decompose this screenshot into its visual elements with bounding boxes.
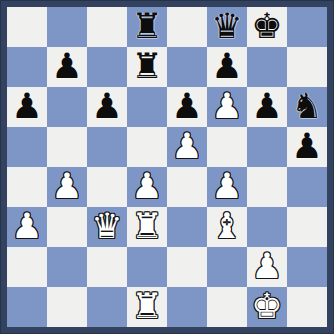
square-e3[interactable]: [167, 207, 207, 247]
white-pawn-a3[interactable]: ♟: [11, 207, 42, 246]
square-a5[interactable]: [7, 127, 47, 167]
square-e5[interactable]: ♟: [167, 127, 207, 167]
square-a2[interactable]: [7, 247, 47, 287]
square-f4[interactable]: ♟: [207, 167, 247, 207]
square-b8[interactable]: [47, 7, 87, 47]
square-h8[interactable]: [287, 7, 327, 47]
square-d1[interactable]: ♜: [127, 287, 167, 327]
square-c7[interactable]: [87, 47, 127, 87]
black-pawn-g6[interactable]: ♟: [251, 87, 282, 126]
black-knight-h6[interactable]: ♞: [291, 87, 322, 126]
white-king-g1[interactable]: ♚: [251, 287, 282, 326]
square-e7[interactable]: [167, 47, 207, 87]
square-e1[interactable]: [167, 287, 207, 327]
black-rook-d8[interactable]: ♜: [131, 7, 162, 46]
square-g7[interactable]: [247, 47, 287, 87]
square-f2[interactable]: [207, 247, 247, 287]
white-bishop-f3[interactable]: ♝: [211, 207, 242, 246]
square-c1[interactable]: [87, 287, 127, 327]
black-pawn-c6[interactable]: ♟: [91, 87, 122, 126]
square-e2[interactable]: [167, 247, 207, 287]
square-e8[interactable]: [167, 7, 207, 47]
white-pawn-b4[interactable]: ♟: [51, 167, 82, 206]
black-pawn-e6[interactable]: ♟: [171, 87, 202, 126]
white-pawn-f6[interactable]: ♟: [211, 87, 242, 126]
square-h1[interactable]: [287, 287, 327, 327]
square-c3[interactable]: ♛: [87, 207, 127, 247]
square-g3[interactable]: [247, 207, 287, 247]
square-e4[interactable]: [167, 167, 207, 207]
square-g5[interactable]: [247, 127, 287, 167]
chess-board: ♜♛♚♟♜♟♟♟♟♟♟♞♟♟♟♟♟♟♛♜♝♟♜♚: [7, 7, 327, 327]
white-rook-d3[interactable]: ♜: [131, 207, 162, 246]
black-queen-f8[interactable]: ♛: [211, 7, 242, 46]
square-d4[interactable]: ♟: [127, 167, 167, 207]
black-pawn-b7[interactable]: ♟: [51, 47, 82, 86]
square-h2[interactable]: [287, 247, 327, 287]
square-a8[interactable]: [7, 7, 47, 47]
black-king-g8[interactable]: ♚: [251, 7, 282, 46]
square-e6[interactable]: ♟: [167, 87, 207, 127]
square-a6[interactable]: ♟: [7, 87, 47, 127]
square-h3[interactable]: [287, 207, 327, 247]
square-g2[interactable]: ♟: [247, 247, 287, 287]
square-d3[interactable]: ♜: [127, 207, 167, 247]
square-c6[interactable]: ♟: [87, 87, 127, 127]
square-f8[interactable]: ♛: [207, 7, 247, 47]
square-a3[interactable]: ♟: [7, 207, 47, 247]
square-a7[interactable]: [7, 47, 47, 87]
white-pawn-d4[interactable]: ♟: [131, 167, 162, 206]
square-d6[interactable]: [127, 87, 167, 127]
square-d7[interactable]: ♜: [127, 47, 167, 87]
square-h7[interactable]: [287, 47, 327, 87]
square-b7[interactable]: ♟: [47, 47, 87, 87]
square-a4[interactable]: [7, 167, 47, 207]
square-b2[interactable]: [47, 247, 87, 287]
square-b3[interactable]: [47, 207, 87, 247]
black-pawn-a6[interactable]: ♟: [11, 87, 42, 126]
square-d2[interactable]: [127, 247, 167, 287]
square-h4[interactable]: [287, 167, 327, 207]
square-c2[interactable]: [87, 247, 127, 287]
square-f3[interactable]: ♝: [207, 207, 247, 247]
square-b5[interactable]: [47, 127, 87, 167]
square-d5[interactable]: [127, 127, 167, 167]
square-b1[interactable]: [47, 287, 87, 327]
board-frame: ♜♛♚♟♜♟♟♟♟♟♟♞♟♟♟♟♟♟♛♜♝♟♜♚: [0, 0, 334, 334]
white-pawn-g2[interactable]: ♟: [251, 247, 282, 286]
white-rook-d1[interactable]: ♜: [131, 287, 162, 326]
black-pawn-f7[interactable]: ♟: [211, 47, 242, 86]
square-c8[interactable]: [87, 7, 127, 47]
square-b6[interactable]: [47, 87, 87, 127]
square-a1[interactable]: [7, 287, 47, 327]
square-f5[interactable]: [207, 127, 247, 167]
square-f7[interactable]: ♟: [207, 47, 247, 87]
white-pawn-f4[interactable]: ♟: [211, 167, 242, 206]
white-pawn-e5[interactable]: ♟: [171, 127, 202, 166]
square-f1[interactable]: [207, 287, 247, 327]
square-g8[interactable]: ♚: [247, 7, 287, 47]
square-g6[interactable]: ♟: [247, 87, 287, 127]
square-d8[interactable]: ♜: [127, 7, 167, 47]
square-f6[interactable]: ♟: [207, 87, 247, 127]
square-b4[interactable]: ♟: [47, 167, 87, 207]
white-queen-c3[interactable]: ♛: [91, 207, 122, 246]
black-rook-d7[interactable]: ♜: [131, 47, 162, 86]
square-c5[interactable]: [87, 127, 127, 167]
square-g1[interactable]: ♚: [247, 287, 287, 327]
black-pawn-h5[interactable]: ♟: [291, 127, 322, 166]
square-h6[interactable]: ♞: [287, 87, 327, 127]
square-c4[interactable]: [87, 167, 127, 207]
square-h5[interactable]: ♟: [287, 127, 327, 167]
square-g4[interactable]: [247, 167, 287, 207]
